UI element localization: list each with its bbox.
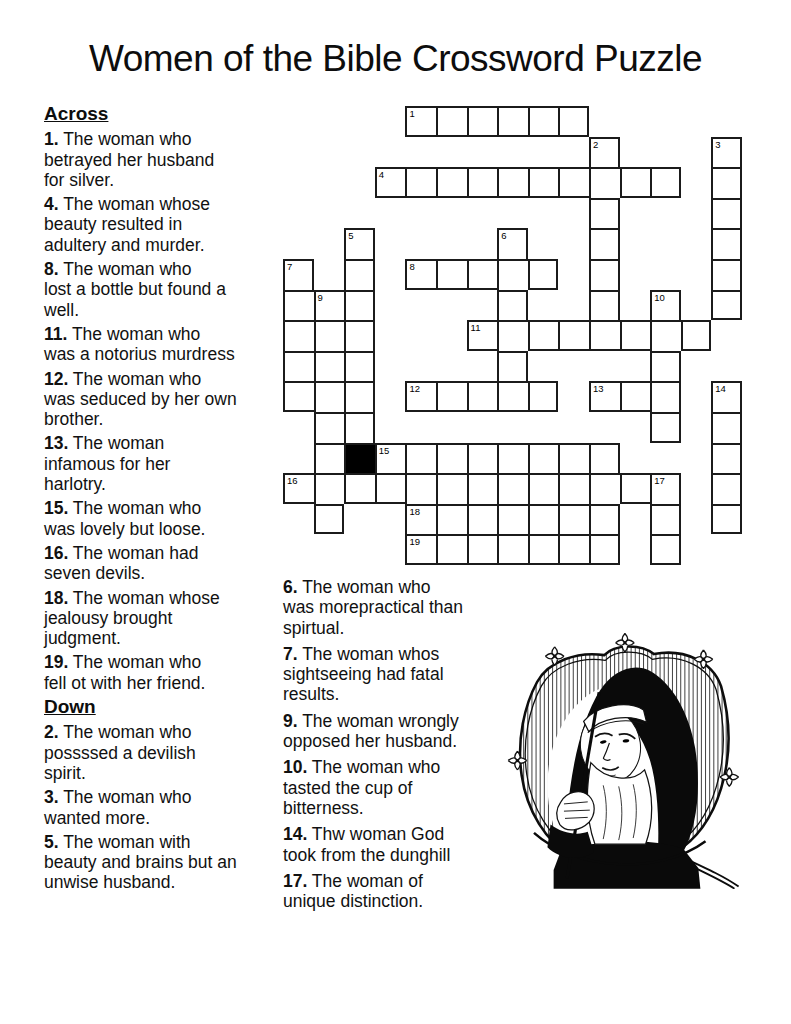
grid-cell[interactable] bbox=[467, 504, 498, 535]
clue-heading-across: Across bbox=[44, 104, 288, 124]
grid-cell[interactable] bbox=[436, 534, 467, 565]
nun-illustration bbox=[503, 630, 751, 889]
clue-14: 14. Thw woman Godtook from the dunghill bbox=[283, 824, 511, 865]
clue-number: 13. bbox=[44, 433, 68, 453]
clue-16: 16. The woman hadseven devils. bbox=[44, 543, 288, 584]
grid-cell[interactable]: 13 bbox=[589, 381, 620, 412]
grid-cell[interactable] bbox=[344, 412, 375, 443]
grid-cell[interactable] bbox=[558, 167, 589, 198]
crossword-grid: 12345678910111213141516171819 bbox=[283, 106, 742, 565]
grid-cell[interactable] bbox=[650, 381, 681, 412]
grid-cell[interactable]: 15 bbox=[375, 443, 406, 474]
grid-cell[interactable] bbox=[497, 351, 528, 382]
clue-19: 19. The woman whofell ot with her friend… bbox=[44, 652, 288, 693]
cell-number: 11 bbox=[471, 323, 481, 333]
clue-4: 4. The woman whosebeauty resulted inadul… bbox=[44, 194, 288, 255]
page-title: Women of the Bible Crossword Puzzle bbox=[0, 38, 791, 80]
grid-cell[interactable] bbox=[497, 381, 528, 412]
cell-number: 6 bbox=[501, 231, 506, 241]
clue-18: 18. The woman whosejealousy broughtjudgm… bbox=[44, 588, 288, 649]
grid-cell[interactable] bbox=[497, 443, 528, 474]
grid-cell[interactable] bbox=[405, 473, 436, 504]
cell-number: 2 bbox=[593, 140, 598, 150]
grid-cell[interactable] bbox=[589, 534, 620, 565]
clue-number: 19. bbox=[44, 652, 68, 672]
grid-cell[interactable] bbox=[650, 534, 681, 565]
clue-number: 14. bbox=[283, 824, 307, 844]
grid-cell[interactable]: 9 bbox=[314, 290, 345, 321]
clue-11: 11. The woman whowas a notorius murdress bbox=[44, 324, 288, 365]
clue-number: 18. bbox=[44, 588, 68, 608]
black-cell bbox=[344, 443, 375, 474]
cell-number: 13 bbox=[593, 384, 604, 394]
cell-number: 8 bbox=[409, 262, 414, 272]
grid-cell[interactable] bbox=[467, 106, 498, 137]
grid-cell[interactable] bbox=[589, 504, 620, 535]
clue-17: 17. The woman ofunique distinction. bbox=[283, 871, 511, 912]
grid-cell[interactable] bbox=[528, 167, 559, 198]
grid-cell[interactable] bbox=[711, 443, 742, 474]
grid-cell[interactable] bbox=[589, 167, 620, 198]
clue-number: 3. bbox=[44, 787, 59, 807]
grid-cell[interactable]: 18 bbox=[405, 504, 436, 535]
grid-cell[interactable] bbox=[711, 290, 742, 321]
grid-cell[interactable] bbox=[497, 106, 528, 137]
clue-column-left: Across1. The woman whobetrayed her husba… bbox=[44, 103, 288, 897]
grid-cell[interactable] bbox=[344, 259, 375, 290]
clue-column-middle: 6. The woman whowas morepractical thansp… bbox=[283, 577, 511, 917]
clue-number: 2. bbox=[44, 722, 59, 742]
grid-cell[interactable] bbox=[589, 290, 620, 321]
clue-5: 5. The woman withbeauty and brains but a… bbox=[44, 832, 288, 893]
cell-number: 15 bbox=[379, 446, 390, 456]
grid-cell[interactable]: 16 bbox=[283, 473, 314, 504]
grid-cell[interactable]: 7 bbox=[283, 259, 314, 290]
grid-cell[interactable] bbox=[558, 473, 589, 504]
grid-cell[interactable] bbox=[558, 106, 589, 137]
grid-cell[interactable]: 3 bbox=[711, 137, 742, 168]
clue-number: 8. bbox=[44, 259, 59, 279]
grid-cell[interactable] bbox=[283, 351, 314, 382]
cell-number: 7 bbox=[287, 262, 292, 272]
grid-cell[interactable] bbox=[650, 351, 681, 382]
grid-cell[interactable] bbox=[283, 320, 314, 351]
grid-cell[interactable] bbox=[589, 228, 620, 259]
grid-cell[interactable] bbox=[405, 167, 436, 198]
grid-cell[interactable] bbox=[650, 504, 681, 535]
grid-cell[interactable] bbox=[314, 473, 345, 504]
grid-cell[interactable] bbox=[436, 167, 467, 198]
grid-cell[interactable] bbox=[314, 320, 345, 351]
grid-cell[interactable] bbox=[711, 259, 742, 290]
grid-cell[interactable] bbox=[711, 504, 742, 535]
grid-cell[interactable] bbox=[497, 473, 528, 504]
grid-cell[interactable] bbox=[467, 443, 498, 474]
grid-cell[interactable] bbox=[711, 228, 742, 259]
cell-number: 14 bbox=[715, 384, 726, 394]
grid-cell[interactable] bbox=[497, 167, 528, 198]
grid-cell[interactable] bbox=[344, 381, 375, 412]
grid-cell[interactable] bbox=[283, 381, 314, 412]
clue-7: 7. The woman whossightseeing had fatalre… bbox=[283, 644, 511, 705]
clue-13: 13. The womaninfamous for herharlotry. bbox=[44, 433, 288, 494]
grid-cell[interactable] bbox=[711, 198, 742, 229]
clue-8: 8. The woman wholost a bottle but found … bbox=[44, 259, 288, 320]
grid-cell[interactable] bbox=[436, 504, 467, 535]
clue-9: 9. The woman wronglyopposed her husband. bbox=[283, 711, 511, 752]
grid-cell[interactable] bbox=[528, 473, 559, 504]
grid-cell[interactable] bbox=[436, 473, 467, 504]
clue-10: 10. The woman whotasted the cup ofbitter… bbox=[283, 757, 511, 818]
grid-cell[interactable] bbox=[467, 381, 498, 412]
grid-cell[interactable]: 19 bbox=[405, 534, 436, 565]
grid-cell[interactable] bbox=[528, 443, 559, 474]
grid-cell[interactable]: 4 bbox=[375, 167, 406, 198]
grid-cell[interactable]: 8 bbox=[405, 259, 436, 290]
cell-number: 3 bbox=[715, 140, 720, 150]
grid-cell[interactable] bbox=[711, 473, 742, 504]
cell-number: 16 bbox=[287, 476, 298, 486]
grid-cell[interactable] bbox=[314, 381, 345, 412]
cell-number: 1 bbox=[409, 109, 414, 119]
grid-cell[interactable] bbox=[558, 443, 589, 474]
grid-cell[interactable]: 11 bbox=[467, 320, 498, 351]
grid-cell[interactable] bbox=[436, 443, 467, 474]
grid-cell[interactable] bbox=[558, 320, 589, 351]
clue-number: 10. bbox=[283, 757, 307, 777]
grid-cell[interactable] bbox=[344, 290, 375, 321]
clue-6: 6. The woman whowas morepractical thansp… bbox=[283, 577, 511, 638]
grid-cell[interactable] bbox=[528, 504, 559, 535]
clue-12: 12. The woman whowas seduced by her ownb… bbox=[44, 369, 288, 430]
clue-number: 1. bbox=[44, 129, 59, 149]
grid-cell[interactable] bbox=[283, 290, 314, 321]
grid-cell[interactable] bbox=[436, 259, 467, 290]
clue-3: 3. The woman whowanted more. bbox=[44, 787, 288, 828]
grid-cell[interactable] bbox=[467, 167, 498, 198]
crossword-page: Women of the Bible Crossword Puzzle Acro… bbox=[0, 0, 791, 1024]
grid-cell[interactable] bbox=[589, 259, 620, 290]
clue-number: 16. bbox=[44, 543, 68, 563]
grid-cell[interactable] bbox=[344, 320, 375, 351]
clue-number: 12. bbox=[44, 369, 68, 389]
grid-cell[interactable] bbox=[528, 534, 559, 565]
cell-number: 19 bbox=[409, 537, 420, 547]
grid-cell[interactable]: 10 bbox=[650, 290, 681, 321]
grid-cell[interactable] bbox=[589, 198, 620, 229]
grid-cell[interactable] bbox=[405, 443, 436, 474]
grid-cell[interactable] bbox=[558, 504, 589, 535]
grid-cell[interactable]: 2 bbox=[589, 137, 620, 168]
cell-number: 12 bbox=[409, 384, 420, 394]
clue-number: 17. bbox=[283, 871, 307, 891]
grid-cell[interactable] bbox=[620, 320, 651, 351]
grid-cell[interactable] bbox=[497, 504, 528, 535]
clue-number: 9. bbox=[283, 711, 298, 731]
grid-cell[interactable] bbox=[589, 320, 620, 351]
clue-2: 2. The woman whopossssed a devilishspiri… bbox=[44, 722, 288, 783]
grid-cell[interactable]: 6 bbox=[497, 228, 528, 259]
cell-number: 9 bbox=[318, 293, 323, 303]
cell-number: 17 bbox=[654, 476, 665, 486]
grid-cell[interactable] bbox=[497, 320, 528, 351]
grid-cell[interactable] bbox=[314, 412, 345, 443]
clue-number: 5. bbox=[44, 832, 59, 852]
clue-number: 6. bbox=[283, 577, 298, 597]
grid-cell[interactable] bbox=[711, 167, 742, 198]
grid-cell[interactable] bbox=[344, 351, 375, 382]
grid-cell[interactable] bbox=[436, 106, 467, 137]
grid-cell[interactable] bbox=[314, 443, 345, 474]
grid-cell[interactable] bbox=[467, 534, 498, 565]
grid-cell[interactable]: 1 bbox=[405, 106, 436, 137]
clue-number: 15. bbox=[44, 498, 68, 518]
grid-cell[interactable] bbox=[497, 259, 528, 290]
grid-cell[interactable] bbox=[681, 320, 712, 351]
grid-cell[interactable] bbox=[620, 473, 651, 504]
grid-cell[interactable] bbox=[650, 167, 681, 198]
grid-cell[interactable] bbox=[650, 320, 681, 351]
grid-cell[interactable] bbox=[467, 473, 498, 504]
grid-cell[interactable] bbox=[650, 412, 681, 443]
grid-cell[interactable] bbox=[589, 443, 620, 474]
grid-cell[interactable] bbox=[620, 381, 651, 412]
grid-cell[interactable]: 5 bbox=[344, 228, 375, 259]
clue-number: 4. bbox=[44, 194, 59, 214]
clue-number: 7. bbox=[283, 644, 298, 664]
grid-cell[interactable] bbox=[558, 534, 589, 565]
grid-cell[interactable]: 14 bbox=[711, 381, 742, 412]
grid-cell[interactable] bbox=[497, 290, 528, 321]
grid-cell[interactable] bbox=[314, 504, 345, 535]
cell-number: 4 bbox=[379, 170, 384, 180]
grid-cell[interactable] bbox=[497, 534, 528, 565]
grid-cell[interactable] bbox=[528, 106, 559, 137]
grid-cell[interactable] bbox=[344, 473, 375, 504]
cell-number: 5 bbox=[348, 231, 353, 241]
grid-cell[interactable] bbox=[436, 381, 467, 412]
grid-cell[interactable] bbox=[528, 320, 559, 351]
grid-cell[interactable]: 12 bbox=[405, 381, 436, 412]
grid-cell[interactable] bbox=[314, 351, 345, 382]
clue-1: 1. The woman whobetrayed her husbandfor … bbox=[44, 129, 288, 190]
clue-heading-down: Down bbox=[44, 697, 288, 717]
grid-cell[interactable] bbox=[528, 259, 559, 290]
cell-number: 10 bbox=[654, 293, 665, 303]
clue-15: 15. The woman whowas lovely but loose. bbox=[44, 498, 288, 539]
grid-cell[interactable] bbox=[375, 473, 406, 504]
grid-cell[interactable] bbox=[467, 259, 498, 290]
grid-cell[interactable] bbox=[711, 412, 742, 443]
grid-cell[interactable] bbox=[528, 381, 559, 412]
grid-cell[interactable] bbox=[620, 167, 651, 198]
cell-number: 18 bbox=[409, 507, 420, 517]
clue-number: 11. bbox=[44, 324, 67, 344]
grid-cell[interactable]: 17 bbox=[650, 473, 681, 504]
grid-cell[interactable] bbox=[589, 473, 620, 504]
